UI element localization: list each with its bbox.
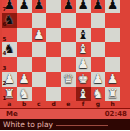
- player-name-label: Me: [6, 110, 18, 118]
- square-e2[interactable]: ♛: [61, 72, 76, 87]
- file-label-c: c: [32, 101, 47, 108]
- square-h4[interactable]: [105, 42, 120, 57]
- square-c3[interactable]: [32, 57, 47, 72]
- square-b5[interactable]: [17, 28, 32, 43]
- rank-label-1: 1: [3, 95, 7, 101]
- square-e3[interactable]: [61, 57, 76, 72]
- square-g3[interactable]: [91, 57, 106, 72]
- square-d7[interactable]: [46, 0, 61, 13]
- chess-app-screen: ♟♟♟♟♟♟♟7♞6♟♝5♞♝4♟3♟♟♛♚♟♟2♜♞♝♞♜1 abcdefgh…: [0, 0, 130, 130]
- square-d6[interactable]: [46, 13, 61, 28]
- clock-display: 02:48: [105, 110, 127, 118]
- piece-white-bishop-f4[interactable]: ♝: [76, 42, 91, 57]
- square-b3[interactable]: [17, 57, 32, 72]
- file-label-e: e: [61, 101, 76, 108]
- square-e6[interactable]: [61, 13, 76, 28]
- square-c6[interactable]: [32, 13, 47, 28]
- square-g7[interactable]: ♟: [91, 0, 106, 13]
- file-label-h: h: [105, 101, 120, 108]
- square-d4[interactable]: [46, 42, 61, 57]
- square-h7[interactable]: ♟: [105, 0, 120, 13]
- rank-label-5: 5: [3, 36, 7, 42]
- square-b7[interactable]: ♟: [17, 0, 32, 13]
- player-bar: Me 02:48: [0, 108, 130, 119]
- square-e5[interactable]: [61, 28, 76, 43]
- square-h2[interactable]: ♟: [105, 72, 120, 87]
- square-e4[interactable]: [61, 42, 76, 57]
- chess-board[interactable]: ♟♟♟♟♟♟♟7♞6♟♝5♞♝4♟3♟♟♛♚♟♟2♜♞♝♞♜1: [2, 0, 120, 101]
- piece-white-king-f2[interactable]: ♚: [76, 72, 91, 87]
- square-c2[interactable]: [32, 72, 47, 87]
- rank-label-3: 3: [3, 65, 7, 71]
- piece-white-pawn-h2[interactable]: ♟: [105, 72, 120, 87]
- file-label-b: b: [17, 101, 32, 108]
- square-d3[interactable]: [46, 57, 61, 72]
- square-c4[interactable]: [32, 42, 47, 57]
- piece-black-pawn-c7[interactable]: ♟: [32, 0, 47, 13]
- square-c5[interactable]: ♟: [32, 28, 47, 43]
- square-f3[interactable]: ♟: [76, 57, 91, 72]
- piece-white-pawn-f3[interactable]: ♟: [76, 57, 91, 72]
- square-b6[interactable]: [17, 13, 32, 28]
- turn-status-text: White to play: [3, 120, 53, 129]
- turn-status-bar: White to play: [0, 119, 130, 131]
- piece-white-queen-e2[interactable]: ♛: [61, 72, 76, 87]
- status-underline: [56, 125, 108, 126]
- square-b4[interactable]: [17, 42, 32, 57]
- file-label-d: d: [46, 101, 61, 108]
- square-f6[interactable]: [76, 13, 91, 28]
- square-h3[interactable]: [105, 57, 120, 72]
- square-f4[interactable]: ♝: [76, 42, 91, 57]
- square-f2[interactable]: ♚: [76, 72, 91, 87]
- file-label-g: g: [91, 101, 106, 108]
- square-g4[interactable]: [91, 42, 106, 57]
- square-h5[interactable]: [105, 28, 120, 43]
- rank-label-7: 7: [3, 6, 7, 12]
- square-g2[interactable]: ♟: [91, 72, 106, 87]
- square-f5[interactable]: ♝: [76, 28, 91, 43]
- piece-white-pawn-c5[interactable]: ♟: [32, 28, 47, 43]
- square-d5[interactable]: [46, 28, 61, 43]
- file-labels-row: abcdefgh: [2, 101, 120, 108]
- square-g6[interactable]: [91, 13, 106, 28]
- square-d2[interactable]: [46, 72, 61, 87]
- square-h6[interactable]: [105, 13, 120, 28]
- rank-label-6: 6: [3, 21, 7, 27]
- square-f7[interactable]: ♟: [76, 0, 91, 13]
- piece-black-bishop-f5[interactable]: ♝: [76, 28, 91, 43]
- piece-black-pawn-h7[interactable]: ♟: [105, 0, 120, 13]
- square-g5[interactable]: [91, 28, 106, 43]
- rank-label-4: 4: [3, 50, 7, 56]
- piece-black-pawn-f7[interactable]: ♟: [76, 0, 91, 13]
- file-label-f: f: [76, 101, 91, 108]
- piece-black-pawn-g7[interactable]: ♟: [91, 0, 106, 13]
- square-c7[interactable]: ♟: [32, 0, 47, 13]
- piece-white-pawn-g2[interactable]: ♟: [91, 72, 106, 87]
- piece-white-pawn-b2[interactable]: ♟: [17, 72, 32, 87]
- square-e7[interactable]: ♟: [61, 0, 76, 13]
- file-label-a: a: [2, 101, 17, 108]
- square-b2[interactable]: ♟: [17, 72, 32, 87]
- piece-black-pawn-e7[interactable]: ♟: [61, 0, 76, 13]
- piece-black-pawn-b7[interactable]: ♟: [17, 0, 32, 13]
- rank-label-2: 2: [3, 80, 7, 86]
